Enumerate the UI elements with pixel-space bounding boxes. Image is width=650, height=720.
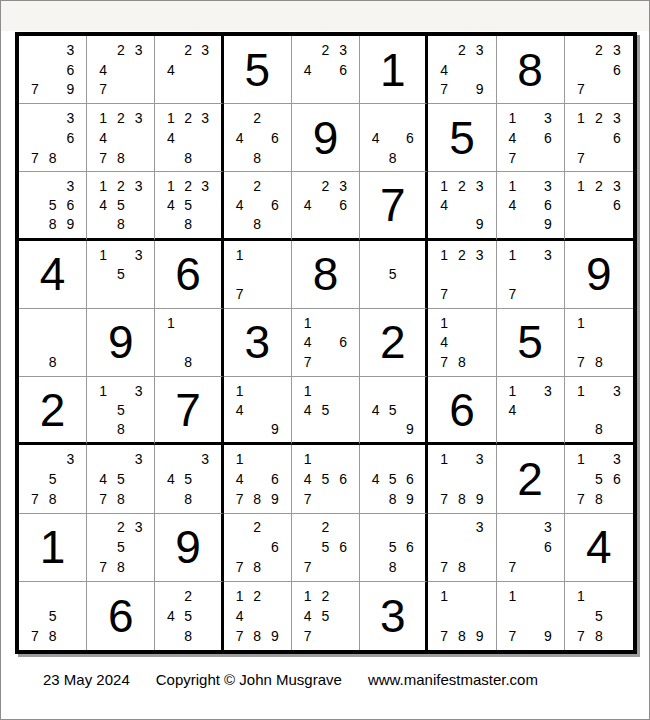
candidate-grid: 12348 (155, 104, 220, 171)
candidate-digit: 1 (504, 108, 522, 128)
candidate-digit: 8 (44, 626, 62, 646)
cell-r3c4[interactable]: 2468 (224, 172, 292, 240)
cell-r8c8[interactable]: 367 (497, 514, 565, 582)
candidate-digit: 4 (94, 60, 112, 80)
cell-r9c7[interactable]: 1789 (428, 582, 496, 650)
candidate-grid: 14567 (292, 445, 359, 512)
candidate-digit: 3 (539, 176, 557, 195)
cell-r1c3[interactable]: 234 (155, 36, 223, 104)
candidate-digit: 9 (266, 489, 284, 509)
candidate-digit: 7 (435, 284, 453, 304)
candidate-digit: 7 (231, 557, 249, 577)
candidate-grid: 145 (292, 377, 359, 442)
candidate-digit: 5 (590, 469, 608, 489)
candidate-digit: 8 (180, 148, 197, 168)
cell-r4c6[interactable]: 5 (360, 241, 428, 309)
candidate-grid: 1789 (428, 582, 495, 650)
cell-r4c8[interactable]: 137 (497, 241, 565, 309)
candidate-digit: 1 (572, 449, 590, 469)
candidate-digit: 1 (94, 381, 112, 400)
candidate-digit: 8 (248, 626, 266, 646)
solved-digit: 9 (87, 309, 154, 376)
cell-r5c7[interactable]: 1478 (428, 309, 496, 377)
candidate-digit: 7 (26, 626, 44, 646)
candidate-digit: 6 (61, 60, 79, 80)
candidate-grid: 234 (155, 36, 220, 103)
candidate-grid: 135678 (565, 445, 633, 512)
solved-digit: 7 (360, 172, 425, 237)
solved-digit: 9 (155, 514, 220, 581)
candidate-grid: 1578 (565, 582, 633, 650)
candidate-grid: 134 (497, 377, 564, 442)
candidate-grid: 8 (19, 309, 86, 376)
cell-r2c9[interactable]: 12367 (565, 104, 633, 172)
candidate-digit: 6 (608, 469, 626, 489)
candidate-grid: 1467 (292, 309, 359, 376)
cell-r1c4[interactable]: 5 (224, 36, 292, 104)
cell-r1c7[interactable]: 23479 (428, 36, 496, 104)
cell-r8c9[interactable]: 4 (565, 514, 633, 582)
cell-r2c3[interactable]: 12348 (155, 104, 223, 172)
candidate-grid: 123458 (87, 172, 154, 237)
candidate-digit: 1 (435, 313, 453, 333)
candidate-digit: 8 (112, 419, 130, 438)
cell-r7c9[interactable]: 135678 (565, 445, 633, 513)
candidate-digit: 9 (266, 419, 284, 438)
cell-r7c7[interactable]: 13789 (428, 445, 496, 513)
cell-r6c7[interactable]: 6 (428, 377, 496, 445)
cell-r4c4[interactable]: 17 (224, 241, 292, 309)
cell-r6c4[interactable]: 149 (224, 377, 292, 445)
candidate-digit: 1 (299, 449, 317, 469)
cell-r5c3[interactable]: 18 (155, 309, 223, 377)
candidate-digit: 5 (112, 400, 130, 419)
cell-r9c5[interactable]: 12457 (292, 582, 360, 650)
candidate-digit: 5 (317, 469, 335, 489)
candidate-digit: 2 (248, 176, 266, 195)
candidate-digit: 3 (130, 40, 148, 60)
candidate-grid: 3679 (19, 36, 86, 103)
candidate-digit: 6 (266, 128, 284, 148)
candidate-digit: 7 (94, 489, 112, 509)
cell-r1c5[interactable]: 2346 (292, 36, 360, 104)
cell-r9c8[interactable]: 179 (497, 582, 565, 650)
cell-r8c3[interactable]: 9 (155, 514, 223, 582)
candidate-digit: 8 (384, 148, 401, 168)
candidate-digit: 7 (435, 489, 453, 509)
candidate-digit: 8 (453, 489, 471, 509)
candidate-digit: 1 (572, 586, 590, 606)
candidate-digit: 1 (162, 313, 179, 333)
candidate-digit: 8 (590, 352, 608, 372)
candidate-digit: 7 (231, 489, 249, 509)
candidate-digit: 8 (590, 626, 608, 646)
candidate-digit: 9 (266, 626, 284, 646)
cell-r8c7[interactable]: 378 (428, 514, 496, 582)
candidate-digit: 7 (94, 557, 112, 577)
candidate-digit: 7 (504, 557, 522, 577)
candidate-digit: 4 (299, 333, 317, 353)
candidate-digit: 4 (162, 469, 179, 489)
cell-r8c1[interactable]: 1 (19, 514, 87, 582)
candidate-grid: 1236 (565, 172, 633, 237)
candidate-digit: 3 (608, 176, 626, 195)
candidate-digit: 4 (435, 60, 453, 80)
candidate-digit: 4 (299, 606, 317, 626)
candidate-grid: 45689 (360, 445, 425, 512)
candidate-digit: 7 (572, 148, 590, 168)
candidate-digit: 7 (94, 148, 112, 168)
candidate-digit: 3 (539, 381, 557, 400)
candidate-digit: 8 (180, 489, 197, 509)
candidate-digit: 8 (112, 215, 130, 234)
cell-r4c9[interactable]: 9 (565, 241, 633, 309)
candidate-grid: 2458 (155, 582, 220, 650)
candidate-grid: 34578 (87, 445, 154, 512)
candidate-digit: 6 (401, 469, 418, 489)
cell-r2c1[interactable]: 3678 (19, 104, 87, 172)
candidate-digit: 4 (504, 128, 522, 148)
candidate-digit: 4 (504, 400, 522, 419)
candidate-digit: 8 (248, 489, 266, 509)
solved-digit: 2 (497, 445, 564, 512)
candidate-grid: 3678 (19, 104, 86, 171)
cell-r5c9[interactable]: 178 (565, 309, 633, 377)
candidate-digit: 1 (299, 313, 317, 333)
cell-r3c6[interactable]: 7 (360, 172, 428, 240)
candidate-digit: 7 (572, 352, 590, 372)
candidate-grid: 138 (565, 377, 633, 442)
candidate-digit: 2 (180, 108, 197, 128)
candidate-digit: 6 (539, 537, 557, 557)
candidate-digit: 9 (401, 419, 418, 438)
cell-r2c6[interactable]: 468 (360, 104, 428, 172)
candidate-digit: 1 (435, 586, 453, 606)
candidate-grid: 568 (360, 514, 425, 581)
candidate-digit: 4 (162, 128, 179, 148)
cell-r5c4[interactable]: 3 (224, 309, 292, 377)
cell-r1c2[interactable]: 2347 (87, 36, 155, 104)
cell-r5c6[interactable]: 2 (360, 309, 428, 377)
footer-copyright: Copyright © John Musgrave (156, 671, 342, 688)
candidate-grid: 124789 (224, 582, 291, 650)
candidate-digit: 8 (453, 626, 471, 646)
candidate-digit: 6 (334, 537, 352, 557)
candidate-digit: 6 (61, 196, 79, 215)
candidate-digit: 8 (590, 419, 608, 438)
candidate-digit: 2 (112, 518, 130, 538)
candidate-grid: 468 (360, 104, 425, 171)
candidate-digit: 3 (130, 449, 148, 469)
candidate-digit: 8 (44, 489, 62, 509)
solved-digit: 9 (292, 104, 359, 171)
solved-digit: 2 (360, 309, 425, 376)
candidate-digit: 5 (317, 606, 335, 626)
candidate-digit: 4 (231, 400, 249, 419)
cell-r3c1[interactable]: 35689 (19, 172, 87, 240)
candidate-digit: 5 (112, 469, 130, 489)
candidate-grid: 146789 (224, 445, 291, 512)
candidate-digit: 3 (61, 176, 79, 195)
candidate-grid: 1237 (428, 241, 495, 308)
candidate-grid: 3578 (19, 445, 86, 512)
candidate-digit: 2 (112, 40, 130, 60)
candidate-digit: 9 (539, 215, 557, 234)
candidate-digit: 3 (539, 245, 557, 265)
cell-r5c1[interactable]: 8 (19, 309, 87, 377)
cell-r9c9[interactable]: 1578 (565, 582, 633, 650)
candidate-digit: 4 (231, 606, 249, 626)
candidate-digit: 3 (471, 245, 489, 265)
candidate-digit: 7 (435, 79, 453, 99)
cell-r3c9[interactable]: 1236 (565, 172, 633, 240)
sudoku-board: 3679234723452346123479823673678123478123… (15, 32, 637, 654)
cell-r7c8[interactable]: 2 (497, 445, 565, 513)
candidate-digit: 7 (26, 148, 44, 168)
cell-r6c6[interactable]: 459 (360, 377, 428, 445)
cell-r1c1[interactable]: 3679 (19, 36, 87, 104)
candidate-digit: 4 (299, 400, 317, 419)
candidate-digit: 7 (504, 626, 522, 646)
candidate-digit: 4 (162, 196, 179, 215)
cell-r7c2[interactable]: 34578 (87, 445, 155, 513)
candidate-digit: 1 (572, 381, 590, 400)
candidate-digit: 5 (44, 469, 62, 489)
candidate-digit: 1 (435, 245, 453, 265)
cell-r8c2[interactable]: 23578 (87, 514, 155, 582)
candidate-digit: 5 (112, 264, 130, 284)
cell-r1c8[interactable]: 8 (497, 36, 565, 104)
cell-r9c3[interactable]: 2458 (155, 582, 223, 650)
candidate-digit: 1 (299, 381, 317, 400)
candidate-digit: 6 (608, 128, 626, 148)
candidate-digit: 6 (334, 333, 352, 353)
candidate-digit: 5 (44, 606, 62, 626)
cell-r8c6[interactable]: 568 (360, 514, 428, 582)
candidate-grid: 135 (87, 241, 154, 308)
candidate-digit: 4 (435, 196, 453, 215)
cell-r6c3[interactable]: 7 (155, 377, 223, 445)
candidate-digit: 8 (248, 148, 266, 168)
candidate-digit: 5 (180, 469, 197, 489)
candidate-digit: 4 (299, 196, 317, 215)
candidate-digit: 1 (572, 313, 590, 333)
candidate-digit: 4 (94, 128, 112, 148)
candidate-digit: 2 (180, 176, 197, 195)
solved-digit: 3 (360, 582, 425, 650)
candidate-digit: 3 (471, 176, 489, 195)
solved-digit: 6 (155, 241, 220, 308)
candidate-digit: 8 (384, 557, 401, 577)
candidate-grid: 2346 (292, 36, 359, 103)
footer-date: 23 May 2024 (43, 671, 130, 688)
cell-r3c8[interactable]: 13469 (497, 172, 565, 240)
candidate-grid: 18 (155, 309, 220, 376)
cell-r2c4[interactable]: 2468 (224, 104, 292, 172)
candidate-digit: 2 (317, 586, 335, 606)
candidate-digit: 1 (94, 245, 112, 265)
candidate-digit: 3 (334, 40, 352, 60)
candidate-digit: 1 (299, 586, 317, 606)
candidate-digit: 4 (231, 469, 249, 489)
cell-r8c5[interactable]: 2567 (292, 514, 360, 582)
cell-r3c7[interactable]: 12349 (428, 172, 496, 240)
candidate-digit: 6 (608, 196, 626, 215)
candidate-digit: 2 (590, 108, 608, 128)
cell-r6c8[interactable]: 134 (497, 377, 565, 445)
cell-r6c1[interactable]: 2 (19, 377, 87, 445)
candidate-digit: 3 (197, 40, 214, 60)
cell-r7c3[interactable]: 3458 (155, 445, 223, 513)
candidate-digit: 9 (471, 79, 489, 99)
cell-r5c5[interactable]: 1467 (292, 309, 360, 377)
candidate-digit: 3 (608, 381, 626, 400)
cell-r4c3[interactable]: 6 (155, 241, 223, 309)
candidate-digit: 8 (180, 352, 197, 372)
candidate-grid: 12349 (428, 172, 495, 237)
candidate-digit: 5 (384, 537, 401, 557)
candidate-digit: 4 (94, 196, 112, 215)
candidate-grid: 2468 (224, 104, 291, 171)
candidate-digit: 6 (266, 196, 284, 215)
cell-r9c1[interactable]: 578 (19, 582, 87, 650)
cell-r9c4[interactable]: 124789 (224, 582, 292, 650)
candidate-digit: 3 (61, 108, 79, 128)
candidate-digit: 7 (26, 79, 44, 99)
candidate-digit: 7 (572, 79, 590, 99)
candidate-digit: 8 (112, 557, 130, 577)
cell-r7c4[interactable]: 146789 (224, 445, 292, 513)
candidate-grid: 378 (428, 514, 495, 581)
cell-r6c9[interactable]: 138 (565, 377, 633, 445)
candidate-grid: 137 (497, 241, 564, 308)
candidate-grid: 1478 (428, 309, 495, 376)
cell-r3c2[interactable]: 123458 (87, 172, 155, 240)
header-strip (1, 1, 649, 31)
candidate-digit: 8 (180, 215, 197, 234)
candidate-digit: 3 (197, 176, 214, 195)
candidate-digit: 1 (94, 108, 112, 128)
cell-r7c5[interactable]: 14567 (292, 445, 360, 513)
candidate-digit: 1 (435, 449, 453, 469)
candidate-digit: 6 (539, 196, 557, 215)
candidate-digit: 1 (572, 108, 590, 128)
candidate-digit: 2 (112, 176, 130, 195)
cell-r7c6[interactable]: 45689 (360, 445, 428, 513)
candidate-grid: 149 (224, 377, 291, 442)
cell-r8c4[interactable]: 2678 (224, 514, 292, 582)
candidate-grid: 2468 (224, 172, 291, 237)
solved-digit: 8 (497, 36, 564, 103)
cell-r1c9[interactable]: 2367 (565, 36, 633, 104)
candidate-digit: 2 (453, 245, 471, 265)
candidate-digit: 6 (334, 60, 352, 80)
solved-digit: 3 (224, 309, 291, 376)
candidate-digit: 8 (453, 352, 471, 372)
candidate-digit: 1 (94, 176, 112, 195)
cell-r9c2[interactable]: 6 (87, 582, 155, 650)
cell-r9c6[interactable]: 3 (360, 582, 428, 650)
candidate-digit: 2 (590, 176, 608, 195)
candidate-digit: 2 (180, 586, 197, 606)
candidate-digit: 6 (61, 128, 79, 148)
cell-r6c2[interactable]: 1358 (87, 377, 155, 445)
candidate-digit: 7 (572, 489, 590, 509)
candidate-digit: 3 (130, 245, 148, 265)
candidate-grid: 179 (497, 582, 564, 650)
candidate-digit: 8 (248, 557, 266, 577)
candidate-digit: 2 (317, 518, 335, 538)
cell-r2c7[interactable]: 5 (428, 104, 496, 172)
candidate-grid: 5 (360, 241, 425, 308)
candidate-digit: 3 (539, 108, 557, 128)
solved-digit: 5 (428, 104, 495, 171)
candidate-digit: 5 (590, 606, 608, 626)
candidate-digit: 7 (299, 626, 317, 646)
cell-r6c5[interactable]: 145 (292, 377, 360, 445)
candidate-digit: 4 (504, 196, 522, 215)
cell-r4c7[interactable]: 1237 (428, 241, 496, 309)
cell-r4c1[interactable]: 4 (19, 241, 87, 309)
candidate-digit: 3 (130, 108, 148, 128)
candidate-digit: 2 (180, 40, 197, 60)
candidate-digit: 9 (61, 215, 79, 234)
cell-r4c5[interactable]: 8 (292, 241, 360, 309)
candidate-digit: 5 (317, 400, 335, 419)
cell-r3c5[interactable]: 2346 (292, 172, 360, 240)
solved-digit: 5 (224, 36, 291, 103)
candidate-grid: 13469 (497, 172, 564, 237)
cell-r5c8[interactable]: 5 (497, 309, 565, 377)
candidate-digit: 3 (334, 176, 352, 195)
candidate-digit: 3 (197, 108, 214, 128)
cell-r5c2[interactable]: 9 (87, 309, 155, 377)
candidate-digit: 5 (112, 537, 130, 557)
candidate-digit: 4 (299, 469, 317, 489)
candidate-grid: 459 (360, 377, 425, 442)
candidate-grid: 13789 (428, 445, 495, 512)
candidate-digit: 4 (435, 333, 453, 353)
cell-r2c2[interactable]: 123478 (87, 104, 155, 172)
cell-r2c8[interactable]: 13467 (497, 104, 565, 172)
footer-website: www.manifestmaster.com (368, 671, 538, 688)
cell-r1c6[interactable]: 1 (360, 36, 428, 104)
candidate-digit: 1 (162, 108, 179, 128)
candidate-digit: 9 (471, 626, 489, 646)
candidate-grid: 123458 (155, 172, 220, 237)
candidate-digit: 8 (453, 557, 471, 577)
candidate-digit: 3 (130, 176, 148, 195)
candidate-digit: 3 (471, 449, 489, 469)
candidate-digit: 9 (61, 79, 79, 99)
solved-digit: 4 (565, 514, 633, 581)
candidate-digit: 4 (231, 196, 249, 215)
candidate-digit: 2 (112, 108, 130, 128)
candidate-digit: 7 (572, 626, 590, 646)
cell-r7c1[interactable]: 3578 (19, 445, 87, 513)
candidate-digit: 9 (471, 489, 489, 509)
candidate-grid: 1358 (87, 377, 154, 442)
candidate-digit: 9 (539, 626, 557, 646)
cell-r2c5[interactable]: 9 (292, 104, 360, 172)
candidate-digit: 2 (248, 518, 266, 538)
candidate-digit: 2 (453, 40, 471, 60)
cell-r3c3[interactable]: 123458 (155, 172, 223, 240)
candidate-digit: 7 (299, 489, 317, 509)
cell-r4c2[interactable]: 135 (87, 241, 155, 309)
candidate-digit: 4 (367, 400, 384, 419)
candidate-digit: 4 (162, 606, 179, 626)
